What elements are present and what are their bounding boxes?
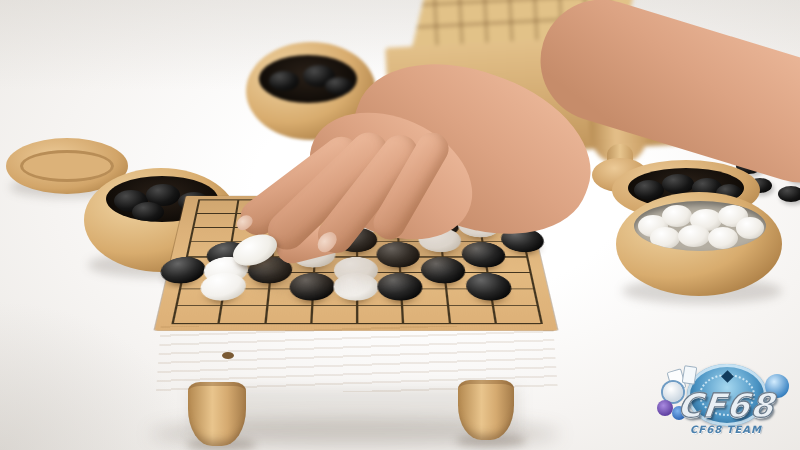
grid-line-horizontal	[171, 323, 540, 324]
watermark-subtitle: CF68 TEAM	[655, 424, 797, 435]
black-stone	[269, 71, 299, 91]
black-stone	[132, 202, 164, 222]
white-stone	[708, 227, 738, 249]
black-stone	[662, 174, 694, 194]
white-stone	[662, 205, 692, 227]
bowl-opening	[634, 201, 766, 251]
bowl-opening	[259, 55, 357, 103]
bowl-white-stones-right	[616, 192, 782, 296]
white-stone	[678, 225, 710, 247]
black-stone	[464, 273, 513, 301]
grid-line-horizontal	[175, 305, 537, 306]
board-leg-right	[458, 380, 514, 440]
white-stone	[736, 217, 764, 239]
watermark-title: CF68	[653, 386, 799, 425]
board-leg-left	[188, 382, 246, 446]
wood-knot	[222, 352, 234, 359]
playing-card-icon	[682, 365, 698, 385]
cf68-watermark: CF68 CF68 TEAM	[655, 362, 797, 448]
go-photo-scene: CF68 CF68 TEAM	[0, 0, 800, 450]
